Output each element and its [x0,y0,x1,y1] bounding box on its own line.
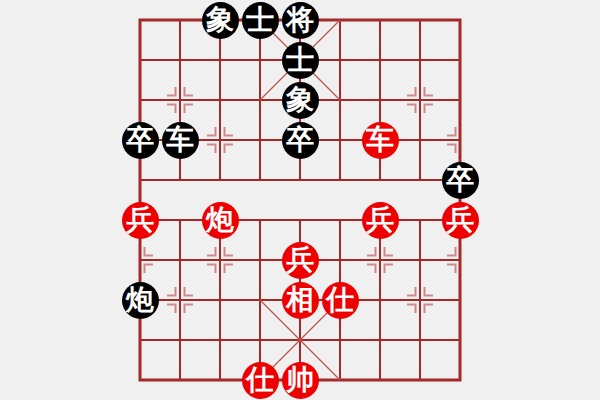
piece-red-elephant[interactable]: 相 [282,282,319,319]
piece-red-advisor[interactable]: 仕 [322,282,359,319]
piece-red-soldier[interactable]: 兵 [362,202,399,239]
piece-black-soldier[interactable]: 卒 [442,162,479,199]
piece-black-elephant[interactable]: 象 [202,2,239,39]
piece-red-cannon[interactable]: 炮 [202,202,239,239]
piece-glyph: 炮 [126,286,154,314]
piece-glyph: 象 [286,86,314,114]
piece-glyph: 兵 [286,246,314,274]
piece-black-chariot[interactable]: 车 [162,122,199,159]
piece-glyph: 帅 [286,366,314,394]
piece-glyph: 卒 [446,166,474,194]
piece-black-general[interactable]: 将 [282,2,319,39]
piece-red-soldier[interactable]: 兵 [282,242,319,279]
piece-glyph: 车 [366,126,394,154]
piece-glyph: 士 [286,46,314,74]
piece-red-general[interactable]: 帅 [282,362,319,399]
piece-glyph: 兵 [366,206,394,234]
piece-glyph: 车 [166,126,194,154]
piece-red-chariot[interactable]: 车 [362,122,399,159]
piece-red-soldier[interactable]: 兵 [442,202,479,239]
piece-glyph: 士 [246,6,274,34]
piece-glyph: 相 [286,286,314,314]
piece-black-soldier[interactable]: 卒 [122,122,159,159]
piece-glyph: 卒 [286,126,314,154]
piece-glyph: 卒 [126,126,154,154]
piece-glyph: 炮 [206,206,234,234]
piece-black-advisor[interactable]: 士 [242,2,279,39]
piece-glyph: 仕 [246,366,274,394]
piece-glyph: 仕 [326,286,354,314]
piece-glyph: 兵 [126,206,154,234]
piece-black-advisor[interactable]: 士 [282,42,319,79]
piece-black-cannon[interactable]: 炮 [122,282,159,319]
piece-glyph: 象 [206,6,234,34]
piece-glyph: 将 [286,6,314,34]
piece-glyph: 兵 [446,206,474,234]
xiangqi-board[interactable]: 象士将士象卒车卒车卒兵炮兵兵兵炮相仕仕帅 [120,0,480,400]
piece-black-elephant[interactable]: 象 [282,82,319,119]
piece-red-soldier[interactable]: 兵 [122,202,159,239]
xiangqi-screen: 象士将士象卒车卒车卒兵炮兵兵兵炮相仕仕帅 [0,0,600,400]
piece-black-soldier[interactable]: 卒 [282,122,319,159]
piece-red-advisor[interactable]: 仕 [242,362,279,399]
